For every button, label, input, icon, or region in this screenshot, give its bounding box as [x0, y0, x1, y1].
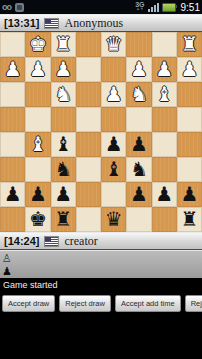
square-a7[interactable]: ♟: [177, 182, 202, 207]
captured-black-pawn-icon: ♟: [2, 265, 12, 278]
square-e2[interactable]: [76, 57, 101, 82]
square-e7[interactable]: [76, 182, 101, 207]
square-g1[interactable]: ♚: [25, 32, 50, 57]
square-c5[interactable]: ♟: [126, 132, 151, 157]
battery-icon: [162, 3, 176, 12]
square-e6[interactable]: [76, 157, 101, 182]
square-g7[interactable]: ♟: [25, 182, 50, 207]
square-h4[interactable]: [0, 107, 25, 132]
square-f3[interactable]: ♞: [51, 82, 76, 107]
square-g6[interactable]: [25, 157, 50, 182]
piece-bR: ♜: [177, 207, 202, 232]
square-c3[interactable]: ♞: [126, 82, 151, 107]
piece-bK: ♚: [25, 207, 50, 232]
opponent-bar: [13:31] Anonymous: [0, 14, 202, 32]
square-f8[interactable]: ♜: [51, 207, 76, 232]
square-g3[interactable]: [25, 82, 50, 107]
captured-pieces-tray: ♙ ♟: [0, 250, 202, 278]
square-g4[interactable]: [25, 107, 50, 132]
square-f4[interactable]: [51, 107, 76, 132]
piece-bN: ♞: [51, 157, 76, 182]
piece-wB: ♝: [152, 82, 177, 107]
usb-icon: [15, 3, 24, 12]
piece-wK: ♚: [25, 32, 50, 57]
piece-wP: ♟: [126, 57, 151, 82]
square-c1[interactable]: [126, 32, 151, 57]
square-h2[interactable]: ♟: [0, 57, 25, 82]
square-f7[interactable]: ♟: [51, 182, 76, 207]
piece-wN: ♞: [51, 82, 76, 107]
chess-app-screen: oo 3G ▲▼ 9:51 [13:31] Anonymous ♚♜♛♜♟♟♟♟…: [0, 0, 202, 359]
us-flag-icon: [44, 18, 59, 29]
square-a4[interactable]: [177, 107, 202, 132]
square-g5[interactable]: ♝: [25, 132, 50, 157]
square-c4[interactable]: [126, 107, 151, 132]
piece-bB: ♝: [101, 157, 126, 182]
square-d6[interactable]: ♝: [101, 157, 126, 182]
android-status-bar: oo 3G ▲▼ 9:51: [0, 0, 202, 14]
piece-bP: ♟: [152, 182, 177, 207]
square-d8[interactable]: ♛: [101, 207, 126, 232]
square-a3[interactable]: [177, 82, 202, 107]
square-d3[interactable]: ♟: [101, 82, 126, 107]
piece-bQ: ♛: [101, 207, 126, 232]
square-a5[interactable]: [177, 132, 202, 157]
square-f5[interactable]: ♝: [51, 132, 76, 157]
3g-data-icon: 3G ▲▼: [135, 3, 144, 11]
square-c6[interactable]: ♞: [126, 157, 151, 182]
piece-wP: ♟: [152, 57, 177, 82]
square-h8[interactable]: [0, 207, 25, 232]
square-b5[interactable]: [152, 132, 177, 157]
square-a6[interactable]: [177, 157, 202, 182]
square-h7[interactable]: ♟: [0, 182, 25, 207]
player-name: creator: [64, 234, 97, 249]
piece-wB: ♝: [25, 132, 50, 157]
piece-bP: ♟: [126, 132, 151, 157]
square-f6[interactable]: ♞: [51, 157, 76, 182]
piece-wP: ♟: [51, 57, 76, 82]
square-d4[interactable]: [101, 107, 126, 132]
square-e8[interactable]: [76, 207, 101, 232]
square-d7[interactable]: [101, 182, 126, 207]
square-b6[interactable]: [152, 157, 177, 182]
opponent-name: Anonymous: [64, 16, 123, 31]
square-e1[interactable]: [76, 32, 101, 57]
square-d1[interactable]: ♛: [101, 32, 126, 57]
square-b4[interactable]: [152, 107, 177, 132]
reject-draw-button[interactable]: Reject draw: [59, 295, 111, 312]
square-e3[interactable]: [76, 82, 101, 107]
square-a8[interactable]: ♜: [177, 207, 202, 232]
square-g2[interactable]: ♟: [25, 57, 50, 82]
accept-draw-button[interactable]: Accept draw: [2, 295, 55, 312]
square-a2[interactable]: ♟: [177, 57, 202, 82]
square-e4[interactable]: [76, 107, 101, 132]
piece-wP: ♟: [0, 57, 25, 82]
square-c8[interactable]: [126, 207, 151, 232]
square-a1[interactable]: ♜: [177, 32, 202, 57]
action-buttons: Accept draw Reject draw Accept add time …: [0, 292, 202, 312]
piece-wP: ♟: [101, 82, 126, 107]
square-b8[interactable]: [152, 207, 177, 232]
piece-wR: ♜: [51, 32, 76, 57]
piece-wN: ♞: [126, 82, 151, 107]
piece-wR: ♜: [177, 32, 202, 57]
voicemail-icon: oo: [2, 2, 11, 12]
piece-bP: ♟: [177, 182, 202, 207]
piece-bN: ♞: [126, 157, 151, 182]
square-f1[interactable]: ♜: [51, 32, 76, 57]
square-b3[interactable]: ♝: [152, 82, 177, 107]
piece-bP: ♟: [25, 182, 50, 207]
reject-add-time-button[interactable]: Reject add time: [185, 295, 202, 312]
square-h1[interactable]: [0, 32, 25, 57]
accept-add-time-button[interactable]: Accept add time: [115, 295, 181, 312]
piece-wP: ♟: [25, 57, 50, 82]
captured-white-pawn-icon: ♙: [2, 252, 12, 265]
piece-bP: ♟: [0, 182, 25, 207]
square-g8[interactable]: ♚: [25, 207, 50, 232]
square-c2[interactable]: ♟: [126, 57, 151, 82]
piece-wP: ♟: [177, 57, 202, 82]
piece-bP: ♟: [51, 182, 76, 207]
player-clock: [14:24]: [4, 235, 39, 247]
piece-wQ: ♛: [101, 32, 126, 57]
square-b2[interactable]: ♟: [152, 57, 177, 82]
signal-strength-icon: [148, 3, 159, 12]
square-e5[interactable]: [76, 132, 101, 157]
us-flag-icon: [44, 236, 59, 247]
status-bar-clock: 9:51: [181, 2, 200, 13]
chess-board: ♚♜♛♜♟♟♟♟♟♟♞♟♞♝♝♝♟♟♞♝♞♟♟♟♟♟♟♚♜♛♜: [0, 32, 202, 232]
piece-bB: ♝: [51, 132, 76, 157]
opponent-clock: [13:31]: [4, 17, 39, 29]
square-f2[interactable]: ♟: [51, 57, 76, 82]
square-d5[interactable]: ♟: [101, 132, 126, 157]
square-c7[interactable]: ♟: [126, 182, 151, 207]
square-b7[interactable]: ♟: [152, 182, 177, 207]
square-b1[interactable]: [152, 32, 177, 57]
piece-bP: ♟: [101, 132, 126, 157]
player-bar: [14:24] creator: [0, 232, 202, 250]
square-d2[interactable]: [101, 57, 126, 82]
square-h5[interactable]: [0, 132, 25, 157]
game-status-message: Game started: [0, 278, 202, 292]
piece-bP: ♟: [126, 182, 151, 207]
square-h3[interactable]: [0, 82, 25, 107]
piece-bR: ♜: [51, 207, 76, 232]
square-h6[interactable]: [0, 157, 25, 182]
